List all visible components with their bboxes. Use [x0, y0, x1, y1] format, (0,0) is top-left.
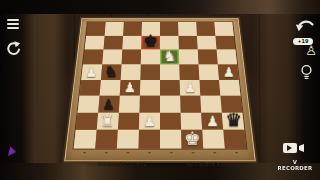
square-a8[interactable]	[86, 22, 106, 36]
menu-icon[interactable]	[5, 17, 20, 30]
piece-white-rook-b2[interactable]: ♜	[101, 114, 115, 129]
square-d2[interactable]: ♟	[139, 113, 160, 131]
square-g2[interactable]: ♟	[201, 113, 223, 131]
square-e2[interactable]	[160, 113, 181, 131]
square-g8[interactable]	[196, 22, 215, 36]
square-c5[interactable]	[121, 64, 141, 79]
material-score-icon[interactable]: ♙ +19	[293, 38, 317, 62]
square-g5[interactable]	[199, 64, 220, 79]
square-h6[interactable]	[217, 50, 237, 65]
square-g7[interactable]	[197, 36, 217, 50]
square-f6[interactable]	[179, 50, 199, 65]
piece-white-king-f1[interactable]: ♚	[184, 129, 201, 148]
piece-white-pawn-f4[interactable]: ♟	[184, 81, 196, 95]
screen-recorder-watermark: V RECORDER	[272, 143, 318, 167]
square-a1[interactable]	[74, 130, 97, 148]
square-b4[interactable]	[100, 80, 121, 96]
piece-white-pawn-g2[interactable]: ♟	[206, 115, 219, 129]
camcorder-icon	[283, 143, 297, 153]
square-d3[interactable]	[139, 96, 160, 113]
app-screen: ♚♞♟♞♟♟♟♟♜♟♟♛♚ MODIFIED LEVEL 40 : Black'…	[0, 0, 320, 180]
square-c2[interactable]	[118, 113, 140, 131]
square-h8[interactable]	[214, 22, 234, 36]
square-a3[interactable]	[78, 96, 100, 113]
square-g6[interactable]	[198, 50, 218, 65]
square-f4[interactable]: ♟	[180, 80, 201, 96]
square-a4[interactable]	[79, 80, 100, 96]
square-e3[interactable]	[160, 96, 181, 113]
piece-white-pawn-c4[interactable]: ♟	[124, 81, 136, 95]
camcorder-lens-icon	[299, 144, 304, 152]
chess-board[interactable]: ♚♞♟♞♟♟♟♟♜♟♟♛♚	[74, 22, 247, 149]
square-e1[interactable]	[160, 130, 182, 148]
pawn-outline-icon: ♙	[305, 44, 317, 57]
square-a6[interactable]	[83, 50, 103, 65]
square-d7[interactable]: ♚	[141, 36, 160, 50]
square-c6[interactable]	[121, 50, 141, 65]
piece-black-queen-h2[interactable]: ♛	[226, 111, 242, 129]
piece-white-pawn-h5[interactable]: ♟	[223, 66, 235, 79]
square-c7[interactable]	[122, 36, 141, 50]
square-g1[interactable]	[202, 130, 225, 148]
square-b8[interactable]	[105, 22, 124, 36]
square-h7[interactable]	[215, 36, 235, 50]
square-c1[interactable]	[117, 130, 139, 148]
square-c4[interactable]: ♟	[120, 80, 141, 96]
square-h1[interactable]	[223, 130, 246, 148]
square-c3[interactable]	[119, 96, 140, 113]
square-e5[interactable]	[160, 64, 180, 79]
square-f8[interactable]	[178, 22, 197, 36]
square-g4[interactable]	[199, 80, 220, 96]
square-a7[interactable]	[85, 36, 105, 50]
piece-black-knight-b5[interactable]: ♞	[104, 64, 118, 79]
square-h4[interactable]	[219, 80, 240, 96]
chess-board-frame: ♚♞♟♞♟♟♟♟♜♟♟♛♚	[62, 17, 258, 163]
square-d5[interactable]	[140, 64, 160, 79]
undo-icon[interactable]	[295, 15, 315, 32]
recorder-label: V RECORDER	[266, 155, 320, 177]
square-f5[interactable]	[179, 64, 199, 79]
chess-board-scene: ♚♞♟♞♟♟♟♟♜♟♟♛♚	[62, 0, 258, 163]
square-c8[interactable]	[123, 22, 142, 36]
square-f7[interactable]	[178, 36, 197, 50]
piece-white-pawn-d2[interactable]: ♟	[143, 115, 156, 129]
square-b5[interactable]: ♞	[101, 64, 122, 79]
square-e4[interactable]	[160, 80, 180, 96]
square-d4[interactable]	[140, 80, 160, 96]
square-f1[interactable]: ♚	[181, 130, 203, 148]
square-b7[interactable]	[103, 36, 123, 50]
piece-white-knight-e6[interactable]: ♞	[163, 49, 176, 64]
square-h2[interactable]: ♛	[222, 113, 245, 131]
square-a2[interactable]	[76, 113, 99, 131]
move-indicator: 40 : Black's move	[186, 152, 252, 160]
hint-bulb-icon[interactable]	[299, 63, 314, 82]
square-d1[interactable]	[138, 130, 160, 148]
square-f3[interactable]	[180, 96, 201, 113]
level-label: MODIFIED LEVEL	[98, 152, 158, 160]
rotate-board-icon[interactable]	[4, 40, 22, 58]
square-g3[interactable]	[200, 96, 222, 113]
piece-black-pawn-b3[interactable]: ♟	[102, 98, 115, 112]
score-badge: +19	[293, 38, 313, 45]
square-e8[interactable]	[160, 22, 178, 36]
square-e6[interactable]: ♞	[160, 50, 179, 65]
square-a5[interactable]: ♟	[81, 64, 102, 79]
square-b2[interactable]: ♜	[97, 113, 119, 131]
square-b3[interactable]: ♟	[98, 96, 120, 113]
square-b1[interactable]	[95, 130, 118, 148]
piece-white-pawn-a5[interactable]: ♟	[85, 66, 97, 79]
square-d6[interactable]	[141, 50, 160, 65]
square-h5[interactable]: ♟	[218, 64, 239, 79]
piece-black-king-d7[interactable]: ♚	[143, 33, 158, 49]
